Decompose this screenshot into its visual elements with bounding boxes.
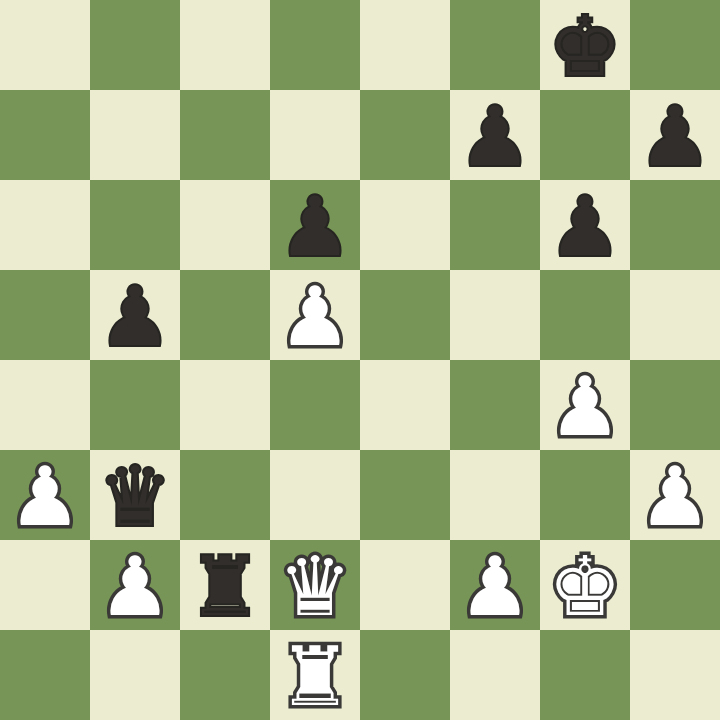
square-g7[interactable] bbox=[540, 90, 630, 180]
piece-white-pawn[interactable] bbox=[0, 450, 90, 540]
square-e1[interactable] bbox=[360, 630, 450, 720]
square-f7[interactable] bbox=[450, 90, 540, 180]
square-c3[interactable] bbox=[180, 450, 270, 540]
square-a1[interactable] bbox=[0, 630, 90, 720]
square-f8[interactable] bbox=[450, 0, 540, 90]
piece-white-rook[interactable] bbox=[270, 630, 360, 720]
piece-black-pawn[interactable] bbox=[270, 180, 360, 270]
square-e8[interactable] bbox=[360, 0, 450, 90]
square-g5[interactable] bbox=[540, 270, 630, 360]
square-c2[interactable] bbox=[180, 540, 270, 630]
square-a5[interactable] bbox=[0, 270, 90, 360]
square-a6[interactable] bbox=[0, 180, 90, 270]
square-h4[interactable] bbox=[630, 360, 720, 450]
piece-white-pawn[interactable] bbox=[270, 270, 360, 360]
square-e2[interactable] bbox=[360, 540, 450, 630]
square-h8[interactable] bbox=[630, 0, 720, 90]
chess-board bbox=[0, 0, 720, 720]
square-h3[interactable] bbox=[630, 450, 720, 540]
square-h2[interactable] bbox=[630, 540, 720, 630]
square-h6[interactable] bbox=[630, 180, 720, 270]
square-d5[interactable] bbox=[270, 270, 360, 360]
square-e6[interactable] bbox=[360, 180, 450, 270]
square-g1[interactable] bbox=[540, 630, 630, 720]
piece-black-queen[interactable] bbox=[90, 450, 180, 540]
square-g8[interactable] bbox=[540, 0, 630, 90]
piece-white-king[interactable] bbox=[540, 540, 630, 630]
piece-black-king[interactable] bbox=[540, 0, 630, 90]
square-a8[interactable] bbox=[0, 0, 90, 90]
square-b8[interactable] bbox=[90, 0, 180, 90]
square-e5[interactable] bbox=[360, 270, 450, 360]
square-e4[interactable] bbox=[360, 360, 450, 450]
square-g4[interactable] bbox=[540, 360, 630, 450]
square-b1[interactable] bbox=[90, 630, 180, 720]
square-c8[interactable] bbox=[180, 0, 270, 90]
square-f6[interactable] bbox=[450, 180, 540, 270]
piece-white-queen[interactable] bbox=[270, 540, 360, 630]
piece-black-pawn[interactable] bbox=[90, 270, 180, 360]
piece-white-pawn[interactable] bbox=[540, 360, 630, 450]
square-h7[interactable] bbox=[630, 90, 720, 180]
piece-white-pawn[interactable] bbox=[630, 450, 720, 540]
square-c7[interactable] bbox=[180, 90, 270, 180]
piece-white-pawn[interactable] bbox=[90, 540, 180, 630]
square-d4[interactable] bbox=[270, 360, 360, 450]
square-a2[interactable] bbox=[0, 540, 90, 630]
piece-black-pawn[interactable] bbox=[450, 90, 540, 180]
square-b4[interactable] bbox=[90, 360, 180, 450]
square-f4[interactable] bbox=[450, 360, 540, 450]
piece-black-pawn[interactable] bbox=[540, 180, 630, 270]
square-b2[interactable] bbox=[90, 540, 180, 630]
square-g3[interactable] bbox=[540, 450, 630, 540]
piece-black-rook[interactable] bbox=[180, 540, 270, 630]
square-c1[interactable] bbox=[180, 630, 270, 720]
square-f3[interactable] bbox=[450, 450, 540, 540]
square-a7[interactable] bbox=[0, 90, 90, 180]
square-b6[interactable] bbox=[90, 180, 180, 270]
square-f1[interactable] bbox=[450, 630, 540, 720]
square-d6[interactable] bbox=[270, 180, 360, 270]
square-b3[interactable] bbox=[90, 450, 180, 540]
square-e7[interactable] bbox=[360, 90, 450, 180]
square-a4[interactable] bbox=[0, 360, 90, 450]
square-h1[interactable] bbox=[630, 630, 720, 720]
square-d1[interactable] bbox=[270, 630, 360, 720]
square-d7[interactable] bbox=[270, 90, 360, 180]
square-d3[interactable] bbox=[270, 450, 360, 540]
piece-white-pawn[interactable] bbox=[450, 540, 540, 630]
square-c4[interactable] bbox=[180, 360, 270, 450]
piece-black-pawn[interactable] bbox=[630, 90, 720, 180]
square-a3[interactable] bbox=[0, 450, 90, 540]
square-b5[interactable] bbox=[90, 270, 180, 360]
square-g6[interactable] bbox=[540, 180, 630, 270]
square-f5[interactable] bbox=[450, 270, 540, 360]
square-f2[interactable] bbox=[450, 540, 540, 630]
square-b7[interactable] bbox=[90, 90, 180, 180]
square-g2[interactable] bbox=[540, 540, 630, 630]
square-c5[interactable] bbox=[180, 270, 270, 360]
square-d8[interactable] bbox=[270, 0, 360, 90]
square-h5[interactable] bbox=[630, 270, 720, 360]
square-d2[interactable] bbox=[270, 540, 360, 630]
square-e3[interactable] bbox=[360, 450, 450, 540]
square-c6[interactable] bbox=[180, 180, 270, 270]
